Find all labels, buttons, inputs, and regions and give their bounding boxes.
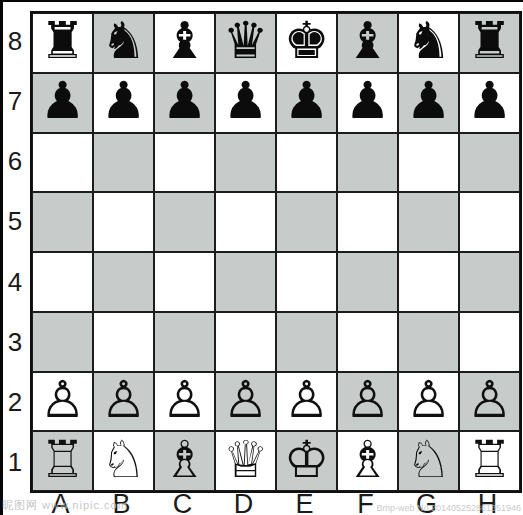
black-pawn-b7: ♟ bbox=[101, 75, 147, 126]
file-labels: ABCDEFGH bbox=[30, 489, 522, 515]
square-a4[interactable] bbox=[32, 252, 93, 312]
black-pawn-f7: ♟ bbox=[345, 75, 391, 126]
square-h6[interactable] bbox=[459, 133, 520, 193]
square-b8[interactable]: ♞ bbox=[93, 13, 154, 73]
square-b7[interactable]: ♟ bbox=[93, 73, 154, 133]
square-b1[interactable]: ♘ bbox=[93, 431, 154, 491]
black-knight-g8: ♞ bbox=[406, 15, 452, 66]
square-d8[interactable]: ♛ bbox=[215, 13, 276, 73]
square-a7[interactable]: ♟ bbox=[32, 73, 93, 133]
file-label-g: G bbox=[396, 489, 457, 515]
white-bishop-c1: ♗ bbox=[162, 434, 208, 485]
square-g5[interactable] bbox=[398, 192, 459, 252]
square-h2[interactable]: ♙ bbox=[459, 372, 520, 432]
black-pawn-c7: ♟ bbox=[162, 75, 208, 126]
square-e1[interactable]: ♔ bbox=[276, 431, 337, 491]
square-c3[interactable] bbox=[154, 312, 215, 372]
white-rook-h1: ♖ bbox=[467, 434, 513, 485]
black-pawn-g7: ♟ bbox=[406, 75, 452, 126]
square-b2[interactable]: ♙ bbox=[93, 372, 154, 432]
square-b3[interactable] bbox=[93, 312, 154, 372]
white-pawn-b2: ♙ bbox=[101, 374, 147, 425]
square-d5[interactable] bbox=[215, 192, 276, 252]
black-bishop-c8: ♝ bbox=[162, 15, 208, 66]
rank-label-6: 6 bbox=[0, 132, 30, 192]
square-c8[interactable]: ♝ bbox=[154, 13, 215, 73]
white-pawn-e2: ♙ bbox=[284, 374, 330, 425]
black-knight-b8: ♞ bbox=[101, 15, 147, 66]
white-queen-d1: ♕ bbox=[223, 434, 269, 485]
black-king-e8: ♚ bbox=[284, 15, 330, 66]
square-b4[interactable] bbox=[93, 252, 154, 312]
square-a1[interactable]: ♖ bbox=[32, 431, 93, 491]
square-h1[interactable]: ♖ bbox=[459, 431, 520, 491]
white-pawn-c2: ♙ bbox=[162, 374, 208, 425]
white-pawn-g2: ♙ bbox=[406, 374, 452, 425]
square-b5[interactable] bbox=[93, 192, 154, 252]
square-e2[interactable]: ♙ bbox=[276, 372, 337, 432]
square-c4[interactable] bbox=[154, 252, 215, 312]
square-c1[interactable]: ♗ bbox=[154, 431, 215, 491]
square-g7[interactable]: ♟ bbox=[398, 73, 459, 133]
square-f3[interactable] bbox=[337, 312, 398, 372]
square-f5[interactable] bbox=[337, 192, 398, 252]
rank-label-3: 3 bbox=[0, 312, 30, 372]
file-label-f: F bbox=[335, 489, 396, 515]
black-bishop-f8: ♝ bbox=[345, 15, 391, 66]
square-d7[interactable]: ♟ bbox=[215, 73, 276, 133]
square-g6[interactable] bbox=[398, 133, 459, 193]
file-label-a: A bbox=[30, 489, 91, 515]
square-e6[interactable] bbox=[276, 133, 337, 193]
square-a3[interactable] bbox=[32, 312, 93, 372]
square-a6[interactable] bbox=[32, 133, 93, 193]
square-g4[interactable] bbox=[398, 252, 459, 312]
square-d6[interactable] bbox=[215, 133, 276, 193]
rank-label-1: 1 bbox=[0, 433, 30, 493]
file-label-c: C bbox=[152, 489, 213, 515]
white-pawn-h2: ♙ bbox=[467, 374, 513, 425]
rank-label-5: 5 bbox=[0, 192, 30, 252]
square-h8[interactable]: ♜ bbox=[459, 13, 520, 73]
square-d3[interactable] bbox=[215, 312, 276, 372]
square-g8[interactable]: ♞ bbox=[398, 13, 459, 73]
white-knight-g1: ♘ bbox=[406, 434, 452, 485]
square-g1[interactable]: ♘ bbox=[398, 431, 459, 491]
square-c6[interactable] bbox=[154, 133, 215, 193]
square-b6[interactable] bbox=[93, 133, 154, 193]
square-d2[interactable]: ♙ bbox=[215, 372, 276, 432]
white-pawn-d2: ♙ bbox=[223, 374, 269, 425]
square-e8[interactable]: ♚ bbox=[276, 13, 337, 73]
square-f1[interactable]: ♗ bbox=[337, 431, 398, 491]
black-queen-d8: ♛ bbox=[223, 15, 269, 66]
square-f4[interactable] bbox=[337, 252, 398, 312]
square-h5[interactable] bbox=[459, 192, 520, 252]
black-pawn-a7: ♟ bbox=[40, 75, 86, 126]
chess-board: ♜♞♝♛♚♝♞♜♟♟♟♟♟♟♟♟♙♙♙♙♙♙♙♙♖♘♗♕♔♗♘♖ bbox=[30, 11, 522, 493]
white-rook-a1: ♖ bbox=[40, 434, 86, 485]
file-label-d: D bbox=[213, 489, 274, 515]
square-h4[interactable] bbox=[459, 252, 520, 312]
square-c2[interactable]: ♙ bbox=[154, 372, 215, 432]
white-pawn-f2: ♙ bbox=[345, 374, 391, 425]
file-label-h: H bbox=[457, 489, 518, 515]
rank-label-7: 7 bbox=[0, 71, 30, 131]
rank-label-8: 8 bbox=[0, 11, 30, 71]
square-h3[interactable] bbox=[459, 312, 520, 372]
white-king-e1: ♔ bbox=[284, 434, 330, 485]
black-pawn-e7: ♟ bbox=[284, 75, 330, 126]
rank-labels: 87654321 bbox=[0, 11, 30, 493]
square-f8[interactable]: ♝ bbox=[337, 13, 398, 73]
square-c7[interactable]: ♟ bbox=[154, 73, 215, 133]
square-f2[interactable]: ♙ bbox=[337, 372, 398, 432]
white-knight-b1: ♘ bbox=[101, 434, 147, 485]
square-a2[interactable]: ♙ bbox=[32, 372, 93, 432]
black-rook-a8: ♜ bbox=[40, 15, 86, 66]
square-g2[interactable]: ♙ bbox=[398, 372, 459, 432]
file-label-b: B bbox=[91, 489, 152, 515]
black-pawn-d7: ♟ bbox=[223, 75, 269, 126]
white-bishop-f1: ♗ bbox=[345, 434, 391, 485]
square-f6[interactable] bbox=[337, 133, 398, 193]
black-pawn-h7: ♟ bbox=[467, 75, 513, 126]
file-label-e: E bbox=[274, 489, 335, 515]
square-e4[interactable] bbox=[276, 252, 337, 312]
square-d4[interactable] bbox=[215, 252, 276, 312]
square-c5[interactable] bbox=[154, 192, 215, 252]
square-d1[interactable]: ♕ bbox=[215, 431, 276, 491]
square-f7[interactable]: ♟ bbox=[337, 73, 398, 133]
white-pawn-a2: ♙ bbox=[40, 374, 86, 425]
square-e5[interactable] bbox=[276, 192, 337, 252]
square-h7[interactable]: ♟ bbox=[459, 73, 520, 133]
rank-label-2: 2 bbox=[0, 373, 30, 433]
square-a8[interactable]: ♜ bbox=[32, 13, 93, 73]
image-frame-top-line bbox=[0, 0, 523, 2]
rank-label-4: 4 bbox=[0, 252, 30, 312]
square-a5[interactable] bbox=[32, 192, 93, 252]
black-rook-h8: ♜ bbox=[467, 15, 513, 66]
square-e3[interactable] bbox=[276, 312, 337, 372]
square-e7[interactable]: ♟ bbox=[276, 73, 337, 133]
square-g3[interactable] bbox=[398, 312, 459, 372]
